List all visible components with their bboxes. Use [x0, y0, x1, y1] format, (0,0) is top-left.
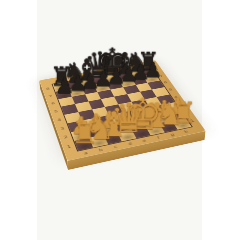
piece-white-rook[interactable]: ♜: [72, 118, 99, 148]
scene: abcdefgh abcdefgh 87654321 87654321 ♜♞♝♛…: [37, 0, 202, 240]
chess-board: abcdefgh abcdefgh 87654321 87654321 ♜♞♝♛…: [39, 60, 205, 161]
rank-label: 5: [50, 107, 62, 117]
square-a1[interactable]: ♜: [74, 138, 93, 151]
piece-black-pawn[interactable]: ♟: [55, 75, 74, 97]
photo-background: abcdefgh abcdefgh 87654321 87654321 ♜♞♝♛…: [37, 0, 202, 240]
rank-label: 6: [47, 99, 59, 108]
